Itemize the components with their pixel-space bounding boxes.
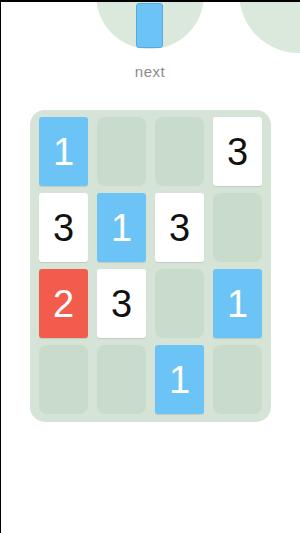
board-cell-r2c1: 3	[39, 193, 88, 262]
board-cell-r1c4: 3	[213, 117, 262, 186]
empty-slot	[213, 193, 262, 262]
board-cell-r4c2	[97, 345, 146, 414]
game-board[interactable]: 133132311	[30, 110, 271, 422]
empty-slot	[97, 345, 146, 414]
tile-2[interactable]: 2	[39, 269, 88, 338]
board-cell-r3c4: 1	[213, 269, 262, 338]
next-tile-preview	[136, 3, 163, 48]
empty-slot	[39, 345, 88, 414]
tile-1[interactable]: 1	[39, 117, 88, 186]
screenshot-border-left	[0, 0, 1, 533]
board-cell-r2c2: 1	[97, 193, 146, 262]
board-cell-r3c2: 3	[97, 269, 146, 338]
board-cell-r3c3	[155, 269, 204, 338]
next-label: next	[0, 63, 300, 80]
tile-1[interactable]: 1	[213, 269, 262, 338]
empty-slot	[213, 345, 262, 414]
screenshot-border-top	[0, 0, 300, 2]
tile-3[interactable]: 3	[155, 193, 204, 262]
board-cell-r1c1: 1	[39, 117, 88, 186]
board-grid[interactable]: 133132311	[39, 117, 262, 414]
tile-3[interactable]: 3	[213, 117, 262, 186]
tile-1[interactable]: 1	[97, 193, 146, 262]
board-cell-r4c4	[213, 345, 262, 414]
board-cell-r4c3: 1	[155, 345, 204, 414]
board-cell-r2c3: 3	[155, 193, 204, 262]
board-cell-r3c1: 2	[39, 269, 88, 338]
menu-button[interactable]	[239, 0, 300, 53]
tile-1[interactable]: 1	[155, 345, 204, 414]
empty-slot	[97, 117, 146, 186]
board-cell-r4c1	[39, 345, 88, 414]
board-cell-r1c2	[97, 117, 146, 186]
tile-3[interactable]: 3	[97, 269, 146, 338]
board-cell-r2c4	[213, 193, 262, 262]
empty-slot	[155, 117, 204, 186]
tile-3[interactable]: 3	[39, 193, 88, 262]
board-cell-r1c3	[155, 117, 204, 186]
empty-slot	[155, 269, 204, 338]
